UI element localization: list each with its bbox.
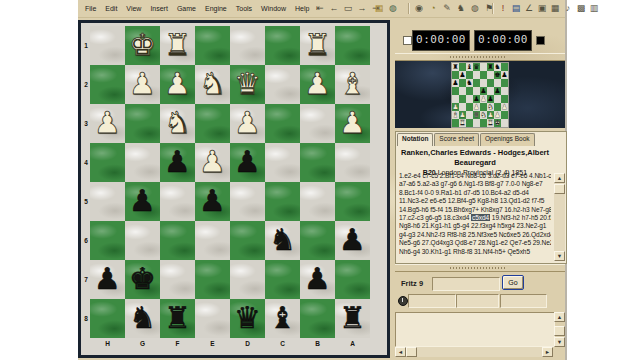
square-b4[interactable] — [300, 143, 335, 182]
menu-window[interactable]: Window — [261, 5, 286, 12]
players-names: Ranken,Charles Edwards - Hodges,Albert B… — [396, 148, 554, 168]
square-g7[interactable]: ♚ — [125, 260, 160, 299]
move-line: Nh6-g4 30.Kh1-g1 Rh8-f8 31.Nf4-h5+ Qe5xh… — [399, 248, 551, 256]
mini-square — [501, 79, 508, 87]
scrollbar-thumb[interactable] — [406, 347, 417, 357]
mini-piece: ♟ — [487, 95, 494, 103]
square-g1[interactable]: ♚ — [125, 26, 160, 65]
square-g8[interactable]: ♞ — [125, 299, 160, 338]
mini-square: ♟ — [487, 111, 494, 119]
mini-square: ♝ — [466, 63, 473, 71]
go-button[interactable]: Go — [502, 275, 524, 290]
white-clock-indicator[interactable] — [403, 36, 412, 45]
tab-notation[interactable]: Notation — [397, 133, 433, 146]
white-pawn-b2[interactable]: ♟ — [300, 65, 335, 103]
square-a3[interactable]: ♟ — [335, 104, 370, 143]
forward-button[interactable]: → — [357, 3, 367, 14]
notation-panel: NotationScore sheetOpenings Book Ranken,… — [395, 131, 567, 264]
square-a8[interactable]: ♜ — [335, 299, 370, 338]
square-f6[interactable] — [160, 221, 195, 260]
mini-square — [501, 63, 508, 71]
mini-square: ♟ — [487, 95, 494, 103]
square-b8[interactable] — [300, 299, 335, 338]
menu-view[interactable]: View — [126, 5, 141, 12]
square-e1[interactable] — [195, 26, 230, 65]
mini-piece: ♟ — [480, 95, 487, 103]
file-label-b: B — [300, 340, 335, 347]
white-knight-f3[interactable]: ♞ — [160, 104, 195, 142]
mini-piece: ♟ — [459, 71, 466, 79]
panel-splitter[interactable] — [395, 264, 565, 272]
mini-square — [473, 119, 480, 127]
mini-square — [473, 79, 480, 87]
mini-piece: ♜ — [487, 119, 494, 127]
file-labels: HGFEDCBA — [90, 340, 370, 347]
mini-square: ♜ — [459, 119, 466, 127]
mini-square: ♟ — [501, 103, 508, 111]
mini-piece: ♚ — [494, 119, 501, 127]
menu-tools[interactable]: Tools — [236, 5, 252, 12]
go-to-start-button[interactable]: ⇤ — [315, 3, 325, 14]
rank-label-1: 1 — [82, 26, 90, 65]
square-c4[interactable] — [265, 143, 300, 182]
engine-header-cell — [500, 294, 547, 308]
square-e5[interactable]: ♟ — [195, 182, 230, 221]
square-a5[interactable] — [335, 182, 370, 221]
moves-text[interactable]: 11.Nc3-e2 e6-e5 12.Bf4-g5 Kg8-h8 13.Qd1-… — [399, 197, 544, 204]
black-bishop-c8[interactable]: ♝ — [265, 299, 300, 337]
mini-piece: ♛ — [473, 111, 480, 119]
square-a4[interactable] — [335, 143, 370, 182]
mini-square — [466, 71, 473, 79]
square-b5[interactable] — [300, 182, 335, 221]
rank-label-5: 5 — [82, 182, 90, 221]
takeback-button[interactable]: ← — [329, 3, 339, 14]
screen: FileEditViewInsertGameEngineToolsWindowH… — [0, 0, 640, 360]
engine-header-cell — [408, 294, 456, 308]
white-pawn-h3[interactable]: ♟ — [90, 104, 125, 142]
mini-square: ♟ — [459, 111, 466, 119]
black-king-g7[interactable]: ♚ — [125, 260, 160, 298]
mini-square — [480, 79, 487, 87]
engine-clock-icon — [398, 296, 408, 306]
scroll-up-icon[interactable]: ▲ — [554, 312, 565, 322]
menu-insert[interactable]: Insert — [150, 5, 168, 12]
moves-text[interactable]: 17.c2-c3 g6-g5 18.c3xd4 — [399, 214, 471, 221]
mini-square — [480, 63, 487, 71]
white-bishop-a2[interactable]: ♝ — [335, 65, 370, 103]
mini-square — [459, 63, 466, 71]
square-h2[interactable] — [90, 65, 125, 104]
square-h6[interactable] — [90, 221, 125, 260]
square-d4[interactable]: ♟ — [230, 143, 265, 182]
mini-piece: ♚ — [494, 71, 501, 79]
mini-square — [452, 95, 459, 103]
game-navigation-toolbar: ⇤←▭→⇥ — [315, 2, 381, 15]
square-h1[interactable] — [90, 26, 125, 65]
square-c7[interactable] — [265, 260, 300, 299]
square-b3[interactable] — [300, 104, 335, 143]
move-line: 14.Bg5-h6 f5-f4 15.Bh6xg7+ Kh8xg7 16.h2-… — [399, 206, 551, 214]
mini-square: ♟ — [480, 87, 487, 95]
notation-scrollbar[interactable]: ▲ ▼ — [554, 173, 565, 261]
square-e6[interactable] — [195, 221, 230, 260]
mini-square — [480, 71, 487, 79]
black-rook-a8[interactable]: ♜ — [335, 299, 370, 337]
square-d5[interactable] — [230, 182, 265, 221]
black-pawn-h7[interactable]: ♟ — [90, 260, 125, 298]
square-d6[interactable] — [230, 221, 265, 260]
mini-square — [494, 79, 501, 87]
square-e4[interactable]: ♟ — [195, 143, 230, 182]
file-label-d: D — [230, 340, 265, 347]
square-e7[interactable] — [195, 260, 230, 299]
unplay-button[interactable]: ▭ — [343, 3, 353, 14]
current-move[interactable]: c5xd4 — [471, 214, 490, 221]
square-b1[interactable]: ♜ — [300, 26, 335, 65]
mini-piece: ♟ — [459, 111, 466, 119]
panel-splitter[interactable] — [395, 53, 565, 61]
mini-piece: ♟ — [494, 87, 501, 95]
square-e2[interactable]: ♞ — [195, 65, 230, 104]
scroll-right-icon[interactable]: ► — [542, 347, 553, 357]
black-pawn-d4[interactable]: ♟ — [230, 143, 265, 181]
black-pawn-f4[interactable]: ♟ — [160, 143, 195, 181]
rank-label-7: 7 — [82, 260, 90, 299]
mini-piece: ♟ — [487, 111, 494, 119]
square-a6[interactable]: ♟ — [335, 221, 370, 260]
mini-square: ♞ — [494, 63, 501, 71]
square-c5[interactable] — [265, 182, 300, 221]
mini-square — [452, 87, 459, 95]
mini-square — [452, 119, 459, 127]
mini-square: ♟ — [494, 87, 501, 95]
moves-text[interactable]: 1.e2-e4 c7-c5 2.Bf1-c4 Nb8-c6 3.d2-d3 e7… — [399, 172, 551, 179]
square-b2[interactable]: ♟ — [300, 65, 335, 104]
mini-square: ♟ — [494, 111, 501, 119]
engine-analysis-list — [395, 312, 555, 347]
mini-square: ♟ — [473, 103, 480, 111]
mini-piece: ♝ — [466, 63, 473, 71]
move-line: g4-g3 24.Nh2-f3 Rf8-h8 25.Nf3xe5 Nc6xe5 … — [399, 231, 551, 239]
square-h5[interactable] — [90, 182, 125, 221]
black-pawn-a6[interactable]: ♟ — [335, 221, 370, 259]
square-d2[interactable]: ♛ — [230, 65, 265, 104]
white-pawn-g2[interactable]: ♟ — [125, 65, 160, 103]
square-h7[interactable]: ♟ — [90, 260, 125, 299]
moves-text[interactable]: g4-g3 24.Nh2-f3 Rf8-h8 25.Nf3xe5 Nc6xe5 … — [399, 231, 551, 238]
white-king-g1[interactable]: ♚ — [125, 26, 160, 64]
black-knight-c6[interactable]: ♞ — [265, 221, 300, 259]
square-a1[interactable] — [335, 26, 370, 65]
tab-score-sheet[interactable]: Score sheet — [434, 133, 479, 146]
black-knight-g8[interactable]: ♞ — [125, 299, 160, 337]
square-c8[interactable]: ♝ — [265, 299, 300, 338]
rank-label-3: 3 — [82, 104, 90, 143]
mini-square — [480, 119, 487, 127]
scroll-down-icon[interactable]: ▼ — [554, 251, 565, 261]
white-pawn-d3[interactable]: ♟ — [230, 104, 265, 142]
black-clock-indicator[interactable] — [536, 36, 545, 45]
mini-square — [501, 111, 508, 119]
mini-square — [466, 119, 473, 127]
square-g3[interactable] — [125, 104, 160, 143]
mini-square: ♟ — [480, 95, 487, 103]
clock-panel: 0:00:00 0:00:00 — [395, 28, 565, 52]
square-a2[interactable]: ♝ — [335, 65, 370, 104]
square-b6[interactable] — [300, 221, 335, 260]
rank-labels: 12345678 — [82, 26, 90, 338]
mini-piece: ♞ — [480, 111, 487, 119]
mini-square — [494, 103, 501, 111]
mini-piece: ♟ — [494, 111, 501, 119]
engine-board-panel: ♜♝♛♜♞♟♚♟♟♞♟♟♟♟♟♟♟♞♟♝♟♛♞♟♟♜♜♚ — [395, 61, 565, 128]
square-e8[interactable] — [195, 299, 230, 338]
mini-square — [466, 103, 473, 111]
chess-board[interactable]: ♚♜♜♟♟♞♛♟♝♟♞♟♟♟♟♟♟♟♞♟♟♚♟♞♜♛♝♜ — [90, 26, 370, 338]
mini-square — [487, 71, 494, 79]
scrollbar-thumb[interactable] — [554, 326, 565, 336]
file-label-h: H — [90, 340, 125, 347]
menu-engine[interactable]: Engine — [205, 5, 227, 12]
mini-piece: ♛ — [473, 63, 480, 71]
engine-vertical-scrollbar[interactable]: ▲ ▼ — [554, 312, 565, 347]
mini-square — [452, 71, 459, 79]
mini-piece: ♝ — [452, 111, 459, 119]
moves-text[interactable]: 14.Bg5-h6 f5-f4 15.Bh6xg7+ Kh8xg7 16.h2-… — [399, 206, 551, 213]
moves-text[interactable]: Nh6-g4 30.Kh1-g1 Rh8-f8 31.Nf4-h5+ Qe5xh… — [399, 248, 530, 255]
moves-text[interactable]: a7-a6 5.a2-a3 g7-g6 6.Ng1-f3 Bf8-g7 7.0-… — [399, 180, 543, 187]
black-queen-d8[interactable]: ♛ — [230, 299, 265, 337]
move-line: 11.Nc3-e2 e6-e5 12.Bf4-g5 Kg8-h8 13.Qd1-… — [399, 197, 551, 205]
square-c2[interactable] — [265, 65, 300, 104]
rank-label-6: 6 — [82, 221, 90, 260]
engine-name: Fritz 9 — [401, 279, 423, 288]
moves-text[interactable]: 19.Nf3-h2 h7-h5 20.f2-f3 — [490, 214, 551, 221]
white-knight-e2[interactable]: ♞ — [195, 65, 230, 103]
move-line: Ng8-h6 21.Kg1-h1 g5-g4 22.f3xg4 h5xg4 23… — [399, 222, 551, 230]
engine-horizontal-scrollbar[interactable]: ◄ ► — [395, 347, 553, 357]
mini-square — [487, 79, 494, 87]
black-rook-f8[interactable]: ♜ — [160, 299, 195, 337]
moves-text[interactable]: Ne5-g6 27.Qd4xg3 Qd8-e7 28.Ng1-e2 Qe7-e5… — [399, 239, 551, 246]
notation-tabs: NotationScore sheetOpenings Book — [397, 133, 535, 146]
white-clock: 0:00:00 — [412, 30, 470, 51]
mini-square: ♛ — [473, 63, 480, 71]
mini-square: ♟ — [452, 103, 459, 111]
mini-square: ♟ — [473, 95, 480, 103]
menu-items: FileEditViewInsertGameEngineToolsWindowH… — [85, 0, 309, 17]
mini-piece: ♜ — [459, 119, 466, 127]
square-g4[interactable] — [125, 143, 160, 182]
move-line: 8.Bc1-f4 0-0 9.Ra1-b1 d7-d5 10.Bc4-a2 d5… — [399, 189, 551, 197]
square-f3[interactable]: ♞ — [160, 104, 195, 143]
black-pawn-e5[interactable]: ♟ — [195, 182, 230, 220]
mini-square: ♟ — [459, 71, 466, 79]
mini-square — [487, 87, 494, 95]
mini-square — [459, 87, 466, 95]
mini-square — [501, 119, 508, 127]
mini-piece: ♞ — [494, 63, 501, 71]
white-rook-b1[interactable]: ♜ — [300, 26, 335, 64]
square-g5[interactable]: ♟ — [125, 182, 160, 221]
move-line: 17.c2-c3 g6-g5 18.c3xd4 c5xd4 19.Nf3-h2 … — [399, 214, 551, 222]
file-label-a: A — [335, 340, 370, 347]
square-f2[interactable]: ♟ — [160, 65, 195, 104]
menu-game[interactable]: Game — [177, 5, 196, 12]
square-f4[interactable]: ♟ — [160, 143, 195, 182]
mini-square: ♜ — [487, 63, 494, 71]
mini-piece: ♞ — [487, 103, 494, 111]
mini-square: ♚ — [494, 71, 501, 79]
white-pawn-f2[interactable]: ♟ — [160, 65, 195, 103]
mini-square: ♟ — [501, 71, 508, 79]
mini-piece: ♟ — [452, 79, 459, 87]
mini-piece: ♟ — [480, 87, 487, 95]
menu-edit[interactable]: Edit — [105, 5, 117, 12]
grid-icon[interactable]: ▩ — [576, 3, 586, 14]
moves-text[interactable]: Ng8-h6 21.Kg1-h1 g5-g4 22.f3xg4 h5xg4 23… — [399, 222, 546, 229]
scroll-left-icon[interactable]: ◄ — [395, 347, 406, 357]
file-label-e: E — [195, 340, 230, 347]
mini-square — [466, 111, 473, 119]
mini-piece: ♜ — [487, 63, 494, 71]
mini-square — [473, 71, 480, 79]
mini-square — [459, 79, 466, 87]
mini-chess-board: ♜♝♛♜♞♟♚♟♟♞♟♟♟♟♟♟♟♞♟♝♟♛♞♟♟♜♜♚ — [451, 62, 509, 128]
moves-text[interactable]: 8.Bc1-f4 0-0 9.Ra1-b1 d7-d5 10.Bc4-a2 d5… — [399, 189, 529, 196]
right-panel: 0:00:00 0:00:00 ♜♝♛♜♞♟♚♟♟♞♟♟♟♟♟♟♟♞♟♝♟♛♞♟… — [395, 0, 565, 360]
rank-label-4: 4 — [82, 143, 90, 182]
square-d7[interactable] — [230, 260, 265, 299]
scroll-up-icon[interactable]: ▲ — [554, 173, 565, 183]
engine-panel: Fritz 9 Go ▲ ▼ ◄ ► — [395, 272, 565, 360]
mini-square — [501, 95, 508, 103]
mini-square: ♝ — [452, 111, 459, 119]
mini-square: ♚ — [494, 119, 501, 127]
square-g2[interactable]: ♟ — [125, 65, 160, 104]
rank-label-8: 8 — [82, 299, 90, 338]
white-queen-d2[interactable]: ♛ — [230, 65, 265, 103]
move-line: 1.e2-e4 c7-c5 2.Bf1-c4 Nb8-c6 3.d2-d3 e7… — [399, 172, 551, 180]
mini-piece: ♟ — [501, 103, 508, 111]
mini-piece: ♟ — [452, 103, 459, 111]
square-f1[interactable]: ♜ — [160, 26, 195, 65]
square-f5[interactable] — [160, 182, 195, 221]
engine-output-field — [432, 277, 500, 291]
square-c3[interactable] — [265, 104, 300, 143]
file-label-g: G — [125, 340, 160, 347]
tab-openings-book[interactable]: Openings Book — [480, 133, 534, 146]
black-clock: 0:00:00 — [474, 30, 532, 51]
mini-square — [466, 87, 473, 95]
square-d1[interactable] — [230, 26, 265, 65]
menu-file[interactable]: File — [85, 5, 96, 12]
square-c1[interactable] — [265, 26, 300, 65]
square-e3[interactable] — [195, 104, 230, 143]
white-pawn-a3[interactable]: ♟ — [335, 104, 370, 142]
mini-square — [480, 103, 487, 111]
white-pawn-e4[interactable]: ♟ — [195, 143, 230, 181]
file-label-c: C — [265, 340, 300, 347]
move-line: Ne5-g6 27.Qd4xg3 Qd8-e7 28.Ng1-e2 Qe7-e5… — [399, 239, 551, 247]
square-c6[interactable]: ♞ — [265, 221, 300, 260]
chess-program-window: FileEditViewInsertGameEngineToolsWindowH… — [78, 0, 567, 360]
mini-piece: ♟ — [473, 103, 480, 111]
move-line: a7-a6 5.a2-a3 g7-g6 6.Ng1-f3 Bf8-g7 7.0-… — [399, 180, 551, 188]
mini-square: ♞ — [487, 103, 494, 111]
mini-square — [459, 95, 466, 103]
mini-square: ♞ — [480, 111, 487, 119]
mini-piece: ♞ — [466, 79, 473, 87]
mini-piece: ♟ — [473, 95, 480, 103]
square-h3[interactable]: ♟ — [90, 104, 125, 143]
black-pawn-b7[interactable]: ♟ — [300, 260, 335, 298]
square-f7[interactable] — [160, 260, 195, 299]
square-d3[interactable]: ♟ — [230, 104, 265, 143]
black-pawn-g5[interactable]: ♟ — [125, 182, 160, 220]
menu-help[interactable]: Help — [295, 5, 309, 12]
clipboard-icon[interactable]: ▥ — [589, 3, 599, 14]
mini-square — [459, 103, 466, 111]
square-g6[interactable] — [125, 221, 160, 260]
mini-square: ♞ — [466, 79, 473, 87]
mini-square: ♟ — [452, 79, 459, 87]
mini-piece: ♟ — [501, 71, 508, 79]
square-h8[interactable] — [90, 299, 125, 338]
mini-square — [494, 95, 501, 103]
mini-square — [473, 87, 480, 95]
square-h4[interactable] — [90, 143, 125, 182]
square-d8[interactable]: ♛ — [230, 299, 265, 338]
file-label-f: F — [160, 340, 195, 347]
white-rook-f1[interactable]: ♜ — [160, 26, 195, 64]
engine-header-cell — [456, 294, 499, 308]
mini-square: ♜ — [487, 119, 494, 127]
scroll-down-icon[interactable]: ▼ — [554, 337, 565, 347]
mini-square: ♜ — [452, 63, 459, 71]
square-b7[interactable]: ♟ — [300, 260, 335, 299]
open-database-icon[interactable]: ▤ — [374, 3, 384, 14]
scrollbar-thumb[interactable] — [554, 184, 565, 194]
square-f8[interactable]: ♜ — [160, 299, 195, 338]
mini-square: ♛ — [473, 111, 480, 119]
rank-label-2: 2 — [82, 65, 90, 104]
mini-piece: ♜ — [452, 63, 459, 71]
square-a7[interactable] — [335, 260, 370, 299]
mini-square — [501, 87, 508, 95]
chess-board-frame: 12345678 HGFEDCBA ♚♜♜♟♟♞♛♟♝♟♞♟♟♟♟♟♟♟♞♟♟♚… — [78, 20, 390, 358]
move-list[interactable]: 1.e2-e4 c7-c5 2.Bf1-c4 Nb8-c6 3.d2-d3 e7… — [399, 172, 551, 256]
mini-square — [466, 95, 473, 103]
